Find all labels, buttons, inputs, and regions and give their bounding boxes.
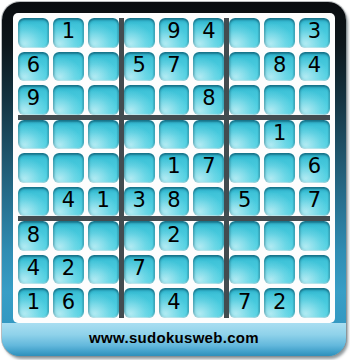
cell-value: 4	[27, 258, 40, 279]
sudoku-cell-r5c3[interactable]	[88, 153, 119, 183]
website-link[interactable]: www.sudokusweb.com	[89, 329, 259, 350]
sudoku-cell-r6c4[interactable]: 3	[124, 187, 155, 217]
sudoku-cell-r7c4[interactable]	[124, 221, 155, 251]
sudoku-cell-r7c2[interactable]	[53, 221, 84, 251]
cell-value: 7	[308, 190, 321, 211]
sudoku-box-6: 1657	[229, 120, 330, 217]
cell-value: 1	[167, 156, 180, 177]
sudoku-cell-r7c3[interactable]	[88, 221, 119, 251]
sudoku-cell-r9c1[interactable]: 1	[18, 288, 49, 318]
cell-value: 5	[238, 190, 251, 211]
sudoku-box-4: 41	[18, 120, 119, 217]
sudoku-cell-r7c5[interactable]: 2	[159, 221, 190, 251]
cell-value: 7	[238, 292, 251, 313]
sudoku-cell-r6c3[interactable]: 1	[88, 187, 119, 217]
sudoku-cell-r9c6[interactable]	[193, 288, 224, 318]
sudoku-cell-r2c4[interactable]: 5	[124, 52, 155, 82]
sudoku-cell-r3c2[interactable]	[53, 85, 84, 115]
sudoku-cell-r7c1[interactable]: 8	[18, 221, 49, 251]
sudoku-box-1: 169	[18, 18, 119, 115]
sudoku-cell-r7c7[interactable]	[229, 221, 260, 251]
cell-value: 9	[27, 88, 40, 109]
cell-value: 1	[27, 292, 40, 313]
sudoku-cell-r4c9[interactable]	[299, 120, 330, 150]
sudoku-cell-r5c7[interactable]	[229, 153, 260, 183]
cell-value: 7	[132, 258, 145, 279]
sudoku-cell-r1c2[interactable]: 1	[53, 18, 84, 48]
cell-value: 1	[97, 190, 110, 211]
cell-value: 2	[62, 258, 75, 279]
cell-value: 5	[132, 55, 145, 76]
sudoku-cell-r2c1[interactable]: 6	[18, 52, 49, 82]
cell-value: 7	[202, 156, 215, 177]
sudoku-cell-r4c6[interactable]	[193, 120, 224, 150]
sudoku-cell-r8c2[interactable]: 2	[53, 255, 84, 285]
sudoku-cell-r2c2[interactable]	[53, 52, 84, 82]
sudoku-cell-r3c4[interactable]	[124, 85, 155, 115]
sudoku-cell-r7c8[interactable]	[264, 221, 295, 251]
sudoku-cell-r6c8[interactable]	[264, 187, 295, 217]
sudoku-cell-r8c1[interactable]: 4	[18, 255, 49, 285]
sudoku-cell-r9c5[interactable]: 4	[159, 288, 190, 318]
sudoku-cell-r7c9[interactable]	[299, 221, 330, 251]
sudoku-cell-r1c5[interactable]: 9	[159, 18, 190, 48]
sudoku-cell-r9c9[interactable]	[299, 288, 330, 318]
sudoku-board: 1699457838441173816578421627472 www.sudo…	[2, 2, 346, 356]
sudoku-cell-r1c1[interactable]	[18, 18, 49, 48]
sudoku-cell-r6c9[interactable]: 7	[299, 187, 330, 217]
sudoku-cell-r9c3[interactable]	[88, 288, 119, 318]
sudoku-cell-r1c8[interactable]	[264, 18, 295, 48]
sudoku-cell-r3c9[interactable]	[299, 85, 330, 115]
cell-value: 4	[62, 190, 75, 211]
sudoku-cell-r6c1[interactable]	[18, 187, 49, 217]
sudoku-cell-r4c3[interactable]	[88, 120, 119, 150]
cell-value: 8	[167, 190, 180, 211]
cell-value: 8	[27, 225, 40, 246]
sudoku-cell-r3c3[interactable]	[88, 85, 119, 115]
sudoku-cell-r9c2[interactable]: 6	[53, 288, 84, 318]
sudoku-cell-r3c7[interactable]	[229, 85, 260, 115]
sudoku-cell-r3c5[interactable]	[159, 85, 190, 115]
sudoku-cell-r4c5[interactable]	[159, 120, 190, 150]
sudoku-cell-r4c2[interactable]	[53, 120, 84, 150]
sudoku-box-5: 1738	[124, 120, 225, 217]
sudoku-grid: 1699457838441173816578421627472	[13, 13, 335, 323]
sudoku-cell-r3c6[interactable]: 8	[193, 85, 224, 115]
sudoku-cell-r1c9[interactable]: 3	[299, 18, 330, 48]
sudoku-cell-r2c3[interactable]	[88, 52, 119, 82]
sudoku-box-2: 94578	[124, 18, 225, 115]
sudoku-cell-r8c7[interactable]	[229, 255, 260, 285]
sudoku-cell-r5c9[interactable]: 6	[299, 153, 330, 183]
sudoku-cell-r8c8[interactable]	[264, 255, 295, 285]
sudoku-cell-r8c6[interactable]	[193, 255, 224, 285]
board-footer: www.sudokusweb.com	[2, 323, 346, 356]
cell-value: 6	[62, 292, 75, 313]
cell-value: 1	[62, 21, 75, 42]
cell-value: 8	[202, 88, 215, 109]
cell-value: 4	[308, 55, 321, 76]
sudoku-cell-r2c5[interactable]: 7	[159, 52, 190, 82]
sudoku-cell-r5c2[interactable]	[53, 153, 84, 183]
sudoku-cell-r9c8[interactable]: 2	[264, 288, 295, 318]
sudoku-cell-r8c9[interactable]	[299, 255, 330, 285]
cell-value: 6	[308, 156, 321, 177]
sudoku-cell-r4c7[interactable]	[229, 120, 260, 150]
sudoku-box-3: 384	[229, 18, 330, 115]
cell-value: 8	[273, 55, 286, 76]
sudoku-box-8: 274	[124, 221, 225, 318]
cell-value: 3	[308, 21, 321, 42]
sudoku-cell-r7c6[interactable]	[193, 221, 224, 251]
sudoku-cell-r6c2[interactable]: 4	[53, 187, 84, 217]
sudoku-cell-r4c1[interactable]	[18, 120, 49, 150]
cell-value: 4	[202, 21, 215, 42]
cell-value: 9	[167, 21, 180, 42]
sudoku-cell-r4c4[interactable]	[124, 120, 155, 150]
sudoku-cell-r1c7[interactable]	[229, 18, 260, 48]
sudoku-cell-r5c1[interactable]	[18, 153, 49, 183]
sudoku-cell-r9c7[interactable]: 7	[229, 288, 260, 318]
sudoku-cell-r2c6[interactable]	[193, 52, 224, 82]
sudoku-cell-r5c8[interactable]	[264, 153, 295, 183]
sudoku-box-7: 84216	[18, 221, 119, 318]
cell-value: 7	[167, 55, 180, 76]
sudoku-cell-r3c1[interactable]: 9	[18, 85, 49, 115]
sudoku-cell-r8c4[interactable]: 7	[124, 255, 155, 285]
boxes-container: 1699457838441173816578421627472	[18, 18, 330, 318]
sudoku-box-9: 72	[229, 221, 330, 318]
sudoku-cell-r5c5[interactable]: 1	[159, 153, 190, 183]
cell-value: 1	[273, 123, 286, 144]
sudoku-cell-r2c9[interactable]: 4	[299, 52, 330, 82]
sudoku-cell-r4c8[interactable]: 1	[264, 120, 295, 150]
sudoku-cell-r2c8[interactable]: 8	[264, 52, 295, 82]
sudoku-cell-r1c6[interactable]: 4	[193, 18, 224, 48]
sudoku-cell-r6c5[interactable]: 8	[159, 187, 190, 217]
cell-value: 4	[167, 292, 180, 313]
sudoku-cell-r6c6[interactable]	[193, 187, 224, 217]
sudoku-cell-r9c4[interactable]	[124, 288, 155, 318]
sudoku-cell-r1c3[interactable]	[88, 18, 119, 48]
sudoku-cell-r5c4[interactable]	[124, 153, 155, 183]
sudoku-cell-r3c8[interactable]	[264, 85, 295, 115]
sudoku-cell-r8c5[interactable]	[159, 255, 190, 285]
sudoku-cell-r2c7[interactable]	[229, 52, 260, 82]
sudoku-cell-r6c7[interactable]: 5	[229, 187, 260, 217]
sudoku-cell-r5c6[interactable]: 7	[193, 153, 224, 183]
cell-value: 3	[132, 190, 145, 211]
cell-value: 2	[273, 292, 286, 313]
cell-value: 6	[27, 55, 40, 76]
page: 1699457838441173816578421627472 www.sudo…	[0, 0, 350, 360]
sudoku-cell-r8c3[interactable]	[88, 255, 119, 285]
sudoku-cell-r1c4[interactable]	[124, 18, 155, 48]
cell-value: 2	[167, 225, 180, 246]
